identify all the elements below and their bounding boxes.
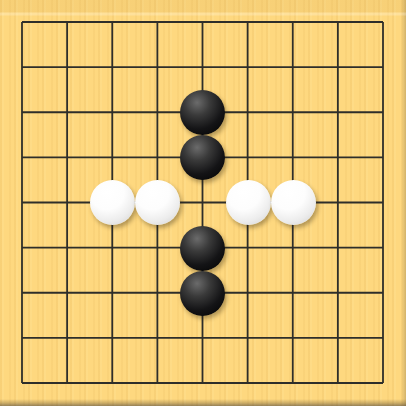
intersection-c2r8[interactable] <box>45 316 90 361</box>
intersection-c6r6[interactable] <box>226 226 271 271</box>
black-stone[interactable] <box>180 135 225 180</box>
intersection-c4r5[interactable] <box>135 180 180 225</box>
intersection-c8r8[interactable] <box>316 316 361 361</box>
intersection-c5r6[interactable] <box>180 226 225 271</box>
intersection-c5r5[interactable] <box>180 180 225 225</box>
intersection-c4r2[interactable] <box>135 45 180 90</box>
intersection-c1r2[interactable] <box>0 45 45 90</box>
intersection-c1r8[interactable] <box>0 316 45 361</box>
intersection-c2r6[interactable] <box>45 226 90 271</box>
intersection-c2r3[interactable] <box>45 90 90 135</box>
intersection-c6r1[interactable] <box>226 0 271 45</box>
intersection-c3r2[interactable] <box>90 45 135 90</box>
intersection-c6r7[interactable] <box>226 271 271 316</box>
intersection-c7r3[interactable] <box>271 90 316 135</box>
white-stone[interactable] <box>226 180 271 225</box>
intersection-c3r4[interactable] <box>90 135 135 180</box>
intersection-c3r8[interactable] <box>90 316 135 361</box>
intersection-c5r3[interactable] <box>180 90 225 135</box>
intersection-c2r9[interactable] <box>45 361 90 406</box>
black-stone[interactable] <box>180 226 225 271</box>
intersection-c1r4[interactable] <box>0 135 45 180</box>
intersection-c2r5[interactable] <box>45 180 90 225</box>
intersection-c8r7[interactable] <box>316 271 361 316</box>
intersection-c2r1[interactable] <box>45 0 90 45</box>
intersection-c9r6[interactable] <box>361 226 406 271</box>
intersection-c8r4[interactable] <box>316 135 361 180</box>
intersection-c4r8[interactable] <box>135 316 180 361</box>
intersection-c7r9[interactable] <box>271 361 316 406</box>
intersection-c5r8[interactable] <box>180 316 225 361</box>
intersection-c4r1[interactable] <box>135 0 180 45</box>
intersection-c5r9[interactable] <box>180 361 225 406</box>
intersection-c3r3[interactable] <box>90 90 135 135</box>
intersection-c6r3[interactable] <box>226 90 271 135</box>
intersection-c8r5[interactable] <box>316 180 361 225</box>
intersection-c1r6[interactable] <box>0 226 45 271</box>
intersection-c7r7[interactable] <box>271 271 316 316</box>
intersection-c8r2[interactable] <box>316 45 361 90</box>
intersection-c8r9[interactable] <box>316 361 361 406</box>
intersection-c7r2[interactable] <box>271 45 316 90</box>
intersection-c2r7[interactable] <box>45 271 90 316</box>
intersection-c7r5[interactable] <box>271 180 316 225</box>
intersection-c3r5[interactable] <box>90 180 135 225</box>
intersection-c3r9[interactable] <box>90 361 135 406</box>
black-stone[interactable] <box>180 90 225 135</box>
intersection-c2r4[interactable] <box>45 135 90 180</box>
board-intersections <box>0 0 406 406</box>
intersection-c3r7[interactable] <box>90 271 135 316</box>
black-stone[interactable] <box>180 271 225 316</box>
intersection-c9r3[interactable] <box>361 90 406 135</box>
intersection-c6r9[interactable] <box>226 361 271 406</box>
intersection-c7r1[interactable] <box>271 0 316 45</box>
intersection-c5r1[interactable] <box>180 0 225 45</box>
intersection-c1r7[interactable] <box>0 271 45 316</box>
white-stone[interactable] <box>90 180 135 225</box>
intersection-c6r2[interactable] <box>226 45 271 90</box>
intersection-c6r5[interactable] <box>226 180 271 225</box>
intersection-c1r3[interactable] <box>0 90 45 135</box>
intersection-c9r7[interactable] <box>361 271 406 316</box>
white-stone[interactable] <box>135 180 180 225</box>
white-stone[interactable] <box>271 180 316 225</box>
intersection-c9r8[interactable] <box>361 316 406 361</box>
intersection-c6r4[interactable] <box>226 135 271 180</box>
intersection-c2r2[interactable] <box>45 45 90 90</box>
intersection-c1r5[interactable] <box>0 180 45 225</box>
intersection-c5r2[interactable] <box>180 45 225 90</box>
intersection-c9r5[interactable] <box>361 180 406 225</box>
intersection-c4r9[interactable] <box>135 361 180 406</box>
intersection-c7r6[interactable] <box>271 226 316 271</box>
intersection-c4r3[interactable] <box>135 90 180 135</box>
intersection-c3r6[interactable] <box>90 226 135 271</box>
screenshot <box>0 0 406 406</box>
intersection-c6r8[interactable] <box>226 316 271 361</box>
intersection-c4r6[interactable] <box>135 226 180 271</box>
intersection-c9r9[interactable] <box>361 361 406 406</box>
intersection-c1r9[interactable] <box>0 361 45 406</box>
intersection-c5r7[interactable] <box>180 271 225 316</box>
intersection-c9r1[interactable] <box>361 0 406 45</box>
intersection-c3r1[interactable] <box>90 0 135 45</box>
intersection-c7r4[interactable] <box>271 135 316 180</box>
intersection-c9r4[interactable] <box>361 135 406 180</box>
intersection-c1r1[interactable] <box>0 0 45 45</box>
intersection-c4r4[interactable] <box>135 135 180 180</box>
intersection-c4r7[interactable] <box>135 271 180 316</box>
go-board <box>0 0 406 406</box>
intersection-c8r6[interactable] <box>316 226 361 271</box>
intersection-c8r3[interactable] <box>316 90 361 135</box>
intersection-c9r2[interactable] <box>361 45 406 90</box>
intersection-c8r1[interactable] <box>316 0 361 45</box>
intersection-c7r8[interactable] <box>271 316 316 361</box>
intersection-c5r4[interactable] <box>180 135 225 180</box>
